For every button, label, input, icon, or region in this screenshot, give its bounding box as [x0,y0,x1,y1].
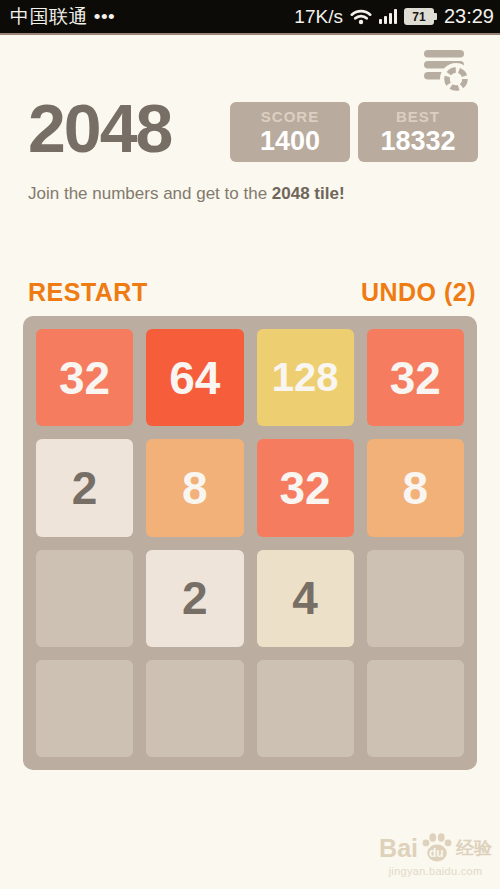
best-label: BEST [396,108,440,126]
battery-icon: 71 [404,8,434,25]
watermark-bai-text: Bai [379,834,418,863]
page-title: 2048 [28,95,171,161]
status-bar: 中国联通 ••• 17K/s 71 23:29 [0,0,500,33]
clock: 23:29 [444,5,494,28]
carrier-label: 中国联通 ••• [10,4,115,30]
tile-128: 128 [257,329,354,426]
undo-button[interactable]: UNDO (2) [361,278,476,307]
empty-cell [367,550,464,647]
watermark-url: jingyan.baidu.com [379,865,492,877]
watermark-jingyan-text: 经验 [456,836,492,860]
phone-screen: 中国联通 ••• 17K/s 71 23:29 [0,0,500,889]
game-instructions: Join the numbers and get to the 2048 til… [0,184,500,204]
watermark-du-text: du [429,846,444,860]
empty-cell [36,550,133,647]
tile-4: 4 [257,550,354,647]
wifi-icon [350,8,372,25]
hamburger-gear-icon [422,46,478,98]
best-score-box: BEST 18332 [358,102,478,162]
baidu-watermark: Bai du 经验 jingyan.baidu.com [379,832,492,877]
board[interactable]: 3264128322832824 [23,316,477,770]
score-box: SCORE 1400 [230,102,350,162]
tile-64: 64 [146,329,243,426]
tile-32: 32 [367,329,464,426]
tile-32: 32 [36,329,133,426]
score-label: SCORE [261,108,319,126]
instructions-text: Join the numbers and get to the [28,184,272,203]
baidu-paw-icon: du [420,832,454,864]
tile-2: 2 [36,439,133,536]
empty-cell [367,660,464,757]
score-value: 1400 [260,126,320,156]
tile-8: 8 [146,439,243,536]
empty-cell [146,660,243,757]
empty-cell [257,660,354,757]
instructions-goal: 2048 tile! [272,184,345,203]
best-value: 18332 [380,126,455,156]
tile-8: 8 [367,439,464,536]
game-controls: RESTART UNDO (2) [0,278,500,307]
tile-32: 32 [257,439,354,536]
empty-cell [36,660,133,757]
tile-2: 2 [146,550,243,647]
network-speed: 17K/s [294,6,343,28]
header: 2048 SCORE 1400 BEST 18332 [0,95,500,162]
menu-settings-button[interactable] [422,46,478,98]
restart-button[interactable]: RESTART [28,278,148,307]
battery-percent: 71 [412,10,425,24]
signal-strength-icon [379,9,397,24]
